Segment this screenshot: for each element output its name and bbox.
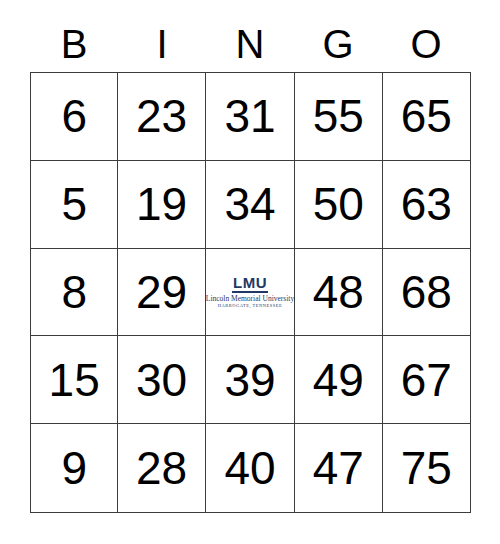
header-letter-n: N: [206, 24, 294, 68]
cell-r2c5[interactable]: 63: [383, 161, 470, 249]
lmu-logo-name: Lincoln Memorial University: [206, 295, 294, 303]
bingo-grid: 6 23 31 55 65 5 19 34 50 63 8 29 LMU Lin…: [30, 72, 471, 513]
header-letter-o: O: [382, 24, 470, 68]
cell-r4c3[interactable]: 39: [206, 336, 295, 424]
cell-r1c2[interactable]: 23: [118, 73, 205, 161]
cell-r1c5[interactable]: 65: [383, 73, 470, 161]
lmu-logo-abbr: LMU: [232, 275, 268, 293]
cell-r5c5[interactable]: 75: [383, 424, 470, 512]
cell-r4c2[interactable]: 30: [118, 336, 205, 424]
cell-r3c4[interactable]: 48: [295, 249, 382, 337]
cell-r5c1[interactable]: 9: [31, 424, 118, 512]
cell-r5c3[interactable]: 40: [206, 424, 295, 512]
cell-r5c2[interactable]: 28: [118, 424, 205, 512]
cell-r1c3[interactable]: 31: [206, 73, 295, 161]
bingo-card: B I N G O 6 23 31 55 65 5 19 34 50 63 8 …: [0, 0, 500, 544]
cell-r2c1[interactable]: 5: [31, 161, 118, 249]
cell-r3c1[interactable]: 8: [31, 249, 118, 337]
cell-r3c2[interactable]: 29: [118, 249, 205, 337]
cell-r4c4[interactable]: 49: [295, 336, 382, 424]
cell-r2c2[interactable]: 19: [118, 161, 205, 249]
cell-r3c3-free-space[interactable]: LMU Lincoln Memorial University HARROGAT…: [206, 249, 295, 337]
lmu-logo-location: HARROGATE, TENNESSEE: [218, 304, 283, 309]
header-letter-i: I: [118, 24, 206, 68]
cell-r5c4[interactable]: 47: [295, 424, 382, 512]
header-letter-g: G: [294, 24, 382, 68]
cell-r2c4[interactable]: 50: [295, 161, 382, 249]
cell-r4c5[interactable]: 67: [383, 336, 470, 424]
cell-r2c3[interactable]: 34: [206, 161, 295, 249]
cell-r1c4[interactable]: 55: [295, 73, 382, 161]
header-letter-b: B: [30, 24, 118, 68]
cell-r4c1[interactable]: 15: [31, 336, 118, 424]
cell-r1c1[interactable]: 6: [31, 73, 118, 161]
cell-r3c5[interactable]: 68: [383, 249, 470, 337]
bingo-header: B I N G O: [30, 0, 470, 68]
